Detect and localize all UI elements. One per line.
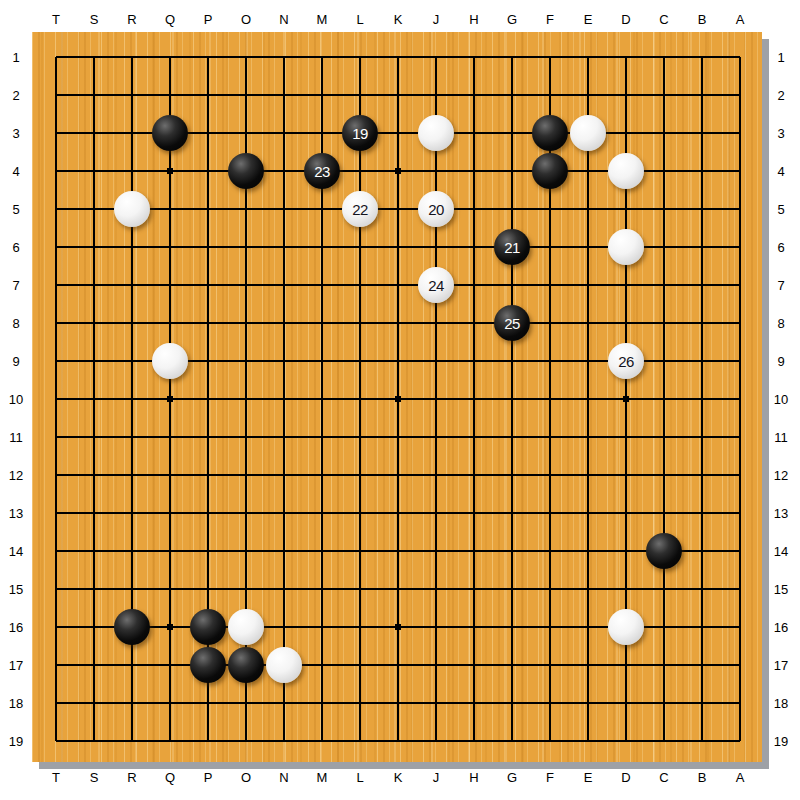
move-number: 23 [314, 164, 330, 179]
intersection-q9 [151, 342, 189, 380]
intersection-r16 [113, 608, 151, 646]
row-label: 19 [4, 722, 28, 760]
move-number: 25 [504, 316, 520, 331]
stone-white-d9[interactable]: 26 [608, 343, 644, 379]
row-label: 12 [769, 456, 793, 494]
row-label: 15 [769, 570, 793, 608]
intersection-l3: 19 [341, 114, 379, 152]
row-label: 19 [769, 722, 793, 760]
column-label: J [417, 12, 455, 27]
column-label: C [645, 770, 683, 785]
intersection-p17 [189, 646, 227, 684]
intersection-j3 [417, 114, 455, 152]
intersection-l5: 22 [341, 190, 379, 228]
row-label: 13 [769, 494, 793, 532]
row-labels-right: 12345678910111213141516171819 [769, 38, 793, 760]
intersection-c14 [645, 532, 683, 570]
intersection-n17 [265, 646, 303, 684]
stone-black-o4[interactable] [228, 153, 264, 189]
intersection-f3 [531, 114, 569, 152]
column-label: F [531, 770, 569, 785]
row-label: 8 [4, 304, 28, 342]
column-label: N [265, 770, 303, 785]
row-labels-left: 12345678910111213141516171819 [4, 38, 28, 760]
column-label: B [683, 770, 721, 785]
stone-white-n17[interactable] [266, 647, 302, 683]
stone-black-r16[interactable] [114, 609, 150, 645]
intersection-m4: 23 [303, 152, 341, 190]
row-label: 5 [4, 190, 28, 228]
row-label: 2 [769, 76, 793, 114]
go-diagram-page: TSRQPONMLKJHGFEDCBA TSRQPONMLKJHGFEDCBA … [0, 0, 800, 800]
column-label: E [569, 770, 607, 785]
row-label: 11 [769, 418, 793, 456]
move-number: 19 [352, 126, 368, 141]
row-label: 5 [769, 190, 793, 228]
column-label: D [607, 12, 645, 27]
intersection-f4 [531, 152, 569, 190]
column-label: D [607, 770, 645, 785]
intersection-j5: 20 [417, 190, 455, 228]
column-label: K [379, 12, 417, 27]
column-label: Q [151, 770, 189, 785]
row-label: 14 [769, 532, 793, 570]
row-label: 16 [769, 608, 793, 646]
column-label: Q [151, 12, 189, 27]
stone-white-r5[interactable] [114, 191, 150, 227]
intersection-o4 [227, 152, 265, 190]
intersection-p16 [189, 608, 227, 646]
row-label: 1 [769, 38, 793, 76]
column-label: P [189, 12, 227, 27]
stone-black-q3[interactable] [152, 115, 188, 151]
row-label: 1 [4, 38, 28, 76]
intersection-d6 [607, 228, 645, 266]
stone-black-f3[interactable] [532, 115, 568, 151]
column-labels-bottom: TSRQPONMLKJHGFEDCBA [37, 770, 759, 785]
stone-black-g6[interactable]: 21 [494, 229, 530, 265]
move-number: 22 [352, 202, 368, 217]
row-label: 9 [769, 342, 793, 380]
row-label: 4 [769, 152, 793, 190]
move-number: 21 [504, 240, 520, 255]
row-label: 3 [769, 114, 793, 152]
column-label: R [113, 12, 151, 27]
row-label: 16 [4, 608, 28, 646]
row-label: 17 [769, 646, 793, 684]
column-label: A [721, 12, 759, 27]
column-label: O [227, 12, 265, 27]
column-label: E [569, 12, 607, 27]
row-label: 6 [4, 228, 28, 266]
stone-white-d6[interactable] [608, 229, 644, 265]
stone-white-e3[interactable] [570, 115, 606, 151]
stone-black-o17[interactable] [228, 647, 264, 683]
intersection-j7: 24 [417, 266, 455, 304]
column-label: S [75, 770, 113, 785]
intersection-e3 [569, 114, 607, 152]
column-label: H [455, 770, 493, 785]
intersection-r5 [113, 190, 151, 228]
stone-white-j5[interactable]: 20 [418, 191, 454, 227]
stones-grid: 1920212223242526 [37, 38, 759, 760]
row-label: 6 [769, 228, 793, 266]
intersection-q3 [151, 114, 189, 152]
row-label: 13 [4, 494, 28, 532]
column-labels-top: TSRQPONMLKJHGFEDCBA [37, 12, 759, 27]
stone-white-o16[interactable] [228, 609, 264, 645]
column-label: N [265, 12, 303, 27]
row-label: 3 [4, 114, 28, 152]
column-label: A [721, 770, 759, 785]
stone-black-c14[interactable] [646, 533, 682, 569]
row-label: 18 [769, 684, 793, 722]
column-label: S [75, 12, 113, 27]
row-label: 10 [769, 380, 793, 418]
column-label: T [37, 770, 75, 785]
stone-white-j7[interactable]: 24 [418, 267, 454, 303]
intersection-g8: 25 [493, 304, 531, 342]
stone-white-j3[interactable] [418, 115, 454, 151]
column-label: J [417, 770, 455, 785]
intersection-d4 [607, 152, 645, 190]
row-label: 17 [4, 646, 28, 684]
intersection-o17 [227, 646, 265, 684]
row-label: 9 [4, 342, 28, 380]
column-label: C [645, 12, 683, 27]
stone-white-q9[interactable] [152, 343, 188, 379]
intersection-o16 [227, 608, 265, 646]
row-label: 8 [769, 304, 793, 342]
column-label: R [113, 770, 151, 785]
move-number: 26 [618, 354, 634, 369]
row-label: 10 [4, 380, 28, 418]
stone-white-l5[interactable]: 22 [342, 191, 378, 227]
column-label: H [455, 12, 493, 27]
column-label: M [303, 770, 341, 785]
row-label: 12 [4, 456, 28, 494]
column-label: G [493, 12, 531, 27]
intersection-g6: 21 [493, 228, 531, 266]
row-label: 7 [4, 266, 28, 304]
row-label: 11 [4, 418, 28, 456]
stone-black-g8[interactable]: 25 [494, 305, 530, 341]
row-label: 15 [4, 570, 28, 608]
move-number: 24 [428, 278, 444, 293]
row-label: 14 [4, 532, 28, 570]
stone-black-p16[interactable] [190, 609, 226, 645]
column-label: T [37, 12, 75, 27]
column-label: G [493, 770, 531, 785]
row-label: 4 [4, 152, 28, 190]
column-label: O [227, 770, 265, 785]
stone-white-d4[interactable] [608, 153, 644, 189]
move-number: 20 [428, 202, 444, 217]
column-label: M [303, 12, 341, 27]
column-label: P [189, 770, 227, 785]
row-label: 7 [769, 266, 793, 304]
column-label: K [379, 770, 417, 785]
row-label: 18 [4, 684, 28, 722]
stone-black-m4[interactable]: 23 [304, 153, 340, 189]
intersection-d9: 26 [607, 342, 645, 380]
stone-black-p17[interactable] [190, 647, 226, 683]
column-label: F [531, 12, 569, 27]
stone-black-f4[interactable] [532, 153, 568, 189]
goban[interactable]: 1920212223242526 [32, 32, 762, 762]
stone-black-l3[interactable]: 19 [342, 115, 378, 151]
column-label: L [341, 770, 379, 785]
column-label: B [683, 12, 721, 27]
intersection-d16 [607, 608, 645, 646]
column-label: L [341, 12, 379, 27]
row-label: 2 [4, 76, 28, 114]
stone-white-d16[interactable] [608, 609, 644, 645]
